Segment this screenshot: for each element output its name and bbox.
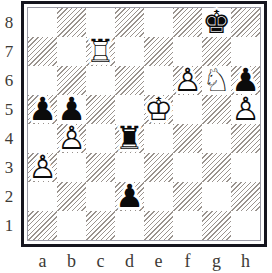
square-e5: ♚♔ [144,95,173,124]
rank-label-3: 3 [0,153,18,182]
square-d8 [115,8,144,37]
square-b4: ♟♙ [57,124,86,153]
white-pawn-icon: ♙ [57,124,86,153]
square-c2 [86,182,115,211]
file-label-f: f [173,249,202,273]
square-a1 [28,211,57,240]
rank-label-1: 1 [0,211,18,240]
square-d1 [115,211,144,240]
square-f2 [173,182,202,211]
square-a3: ♟♙ [28,153,57,182]
square-g3 [202,153,231,182]
white-pawn-icon: ♙ [28,153,57,182]
piece-white-pawn-h5: ♟♙ [231,95,260,124]
black-king-icon: ♚ [202,8,231,37]
square-d6 [115,66,144,95]
white-pawn-icon: ♙ [231,95,260,124]
board-frame: ♚♜♖♟♙♞♘♟♟♟♚♔♟♙♟♙♜♟♙♟ [21,1,267,247]
square-d2: ♟ [115,182,144,211]
file-label-h: h [231,249,260,273]
file-labels: abcdefgh [28,249,260,273]
square-g2 [202,182,231,211]
square-g6: ♞♘ [202,66,231,95]
square-f8 [173,8,202,37]
rank-label-2: 2 [0,182,18,211]
square-f5 [173,95,202,124]
square-c7: ♜♖ [86,37,115,66]
black-pawn-icon: ♟ [115,182,144,211]
file-label-c: c [86,249,115,273]
file-label-e: e [144,249,173,273]
square-b7 [57,37,86,66]
piece-black-rook-d4: ♜ [115,124,144,153]
file-label-d: d [115,249,144,273]
square-d4: ♜ [115,124,144,153]
square-h1 [231,211,260,240]
rank-label-8: 8 [0,8,18,37]
square-e7 [144,37,173,66]
square-a2 [28,182,57,211]
chess-board: ♚♜♖♟♙♞♘♟♟♟♚♔♟♙♟♙♜♟♙♟ [27,7,261,241]
square-a5: ♟ [28,95,57,124]
square-f1 [173,211,202,240]
piece-black-pawn-a5: ♟ [28,95,57,124]
file-label-b: b [57,249,86,273]
square-h4 [231,124,260,153]
rank-label-5: 5 [0,95,18,124]
square-f3 [173,153,202,182]
piece-white-pawn-a3: ♟♙ [28,153,57,182]
square-h2 [231,182,260,211]
square-h5: ♟♙ [231,95,260,124]
square-h8 [231,8,260,37]
square-c1 [86,211,115,240]
square-c6 [86,66,115,95]
square-a8 [28,8,57,37]
square-e1 [144,211,173,240]
square-c5 [86,95,115,124]
square-c4 [86,124,115,153]
square-g4 [202,124,231,153]
piece-black-pawn-d2: ♟ [115,182,144,211]
square-f4 [173,124,202,153]
square-e3 [144,153,173,182]
white-knight-icon: ♘ [202,66,231,95]
square-b8 [57,8,86,37]
square-g5 [202,95,231,124]
square-e2 [144,182,173,211]
chess-diagram: 87654321 ♚♜♖♟♙♞♘♟♟♟♚♔♟♙♟♙♜♟♙♟ abcdefgh [0,0,272,273]
piece-black-king-g8: ♚ [202,8,231,37]
black-pawn-icon: ♟ [28,95,57,124]
square-a7 [28,37,57,66]
rank-label-6: 6 [0,66,18,95]
square-e8 [144,8,173,37]
square-f6: ♟♙ [173,66,202,95]
square-c3 [86,153,115,182]
file-label-a: a [28,249,57,273]
rank-labels: 87654321 [0,8,18,240]
white-king-icon: ♔ [144,95,173,124]
piece-white-pawn-b4: ♟♙ [57,124,86,153]
white-pawn-icon: ♙ [173,66,202,95]
square-b3 [57,153,86,182]
square-b1 [57,211,86,240]
square-g1 [202,211,231,240]
piece-white-king-e5: ♚♔ [144,95,173,124]
rank-label-4: 4 [0,124,18,153]
square-e4 [144,124,173,153]
rank-label-7: 7 [0,37,18,66]
white-rook-icon: ♖ [86,37,115,66]
file-label-g: g [202,249,231,273]
square-h3 [231,153,260,182]
square-d7 [115,37,144,66]
square-b2 [57,182,86,211]
black-rook-icon: ♜ [115,124,144,153]
square-g8: ♚ [202,8,231,37]
piece-white-pawn-f6: ♟♙ [173,66,202,95]
piece-white-knight-g6: ♞♘ [202,66,231,95]
piece-white-rook-c7: ♜♖ [86,37,115,66]
